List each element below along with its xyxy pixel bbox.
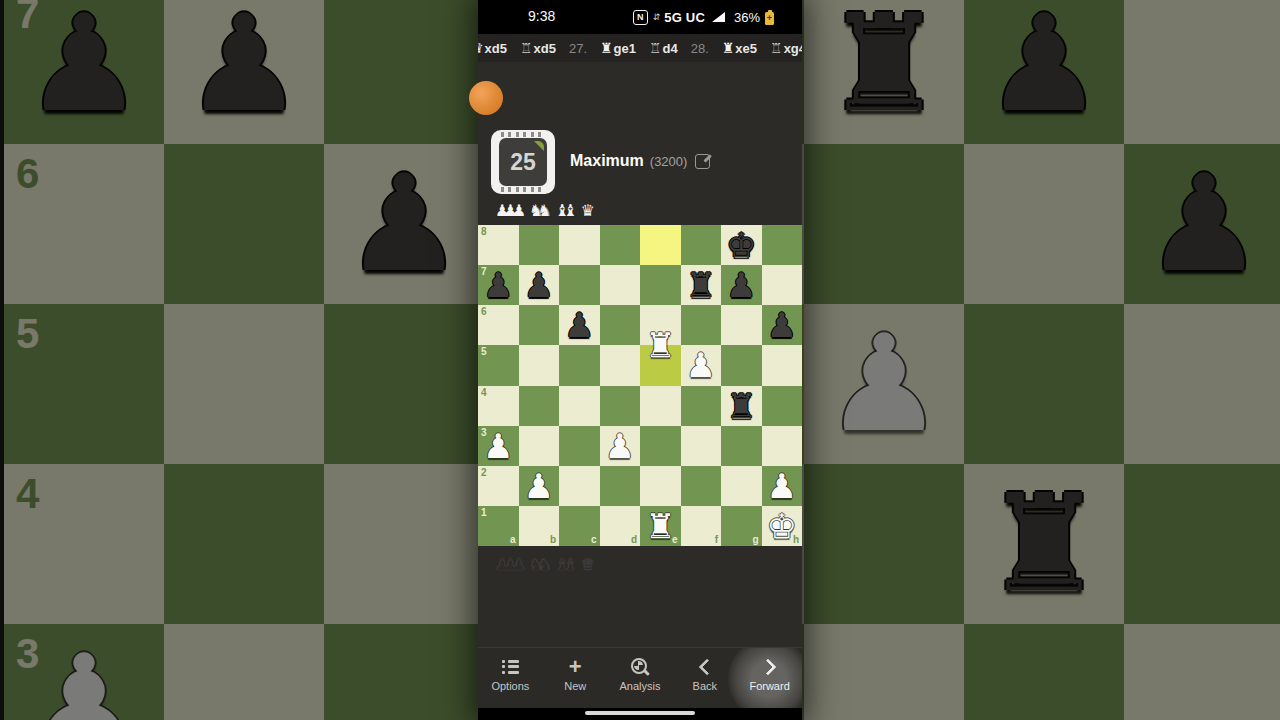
- square-d7[interactable]: [600, 265, 641, 305]
- rank-label-4: 4: [481, 387, 487, 398]
- square-b4[interactable]: [519, 386, 560, 426]
- square-e8[interactable]: [640, 225, 681, 265]
- status-icons: N ⇵ 5G UC 36%: [633, 0, 774, 34]
- new-label: New: [564, 680, 586, 692]
- square-g3[interactable]: [721, 426, 762, 466]
- square-e3[interactable]: [640, 426, 681, 466]
- piece-black-p-h6[interactable]: ♟: [762, 305, 803, 345]
- file-label-g: g: [752, 534, 758, 545]
- piece-white-r-e1[interactable]: ♜: [640, 506, 681, 546]
- opponent-row: Maximum (3200): [570, 152, 710, 170]
- white-rook-move-icon: ♜: [722, 41, 735, 55]
- move-number: 28.: [691, 41, 709, 56]
- piece-black-r-g4[interactable]: ♜: [721, 386, 762, 426]
- opponent-rating: (3200): [650, 154, 688, 169]
- chip-corner-leaf-icon: [534, 141, 544, 151]
- options-button[interactable]: Options: [478, 648, 543, 709]
- chevron-right-icon: [762, 657, 778, 676]
- piece-white-p-h2[interactable]: ♟: [762, 466, 803, 506]
- black-rook-move-icon: ♖: [649, 41, 662, 55]
- move-entry-black-xg4[interactable]: ♖xg4: [770, 41, 802, 56]
- square-f3[interactable]: [681, 426, 722, 466]
- file-label-f: f: [715, 534, 718, 545]
- captured-group-pawn: ♟♟♟: [495, 201, 524, 220]
- square-f2[interactable]: [681, 466, 722, 506]
- move-san: ge1: [614, 41, 636, 56]
- chip-pins-bottom: [501, 187, 545, 192]
- captured-group-pawn: ♟♟♟: [495, 555, 524, 574]
- black-rook-move-icon: ♖: [520, 41, 533, 55]
- captured-group-queen: ♛: [580, 201, 592, 220]
- square-e2[interactable]: [640, 466, 681, 506]
- square-d4[interactable]: [600, 386, 641, 426]
- nfc-icon: N: [633, 10, 648, 25]
- square-g4[interactable]: ♜: [721, 386, 762, 426]
- analysis-label: Analysis: [620, 680, 661, 692]
- piece-black-p-c6[interactable]: ♟: [559, 305, 600, 345]
- edit-pencil-icon[interactable]: [695, 154, 710, 169]
- square-h8[interactable]: [762, 225, 803, 265]
- captured-group-queen: ♛: [580, 555, 592, 574]
- captured-group-bishop: ♝♝: [555, 555, 576, 574]
- white-queen-move-icon: ♛: [478, 41, 484, 55]
- square-d1[interactable]: d: [600, 506, 641, 546]
- square-a7[interactable]: 7♟: [478, 265, 519, 305]
- square-f8[interactable]: [681, 225, 722, 265]
- move-san: xe5: [735, 41, 757, 56]
- black-rook-move-icon: ♖: [770, 41, 783, 55]
- rank-label-5: 5: [481, 346, 487, 357]
- square-e7[interactable]: [640, 265, 681, 305]
- square-b3[interactable]: [519, 426, 560, 466]
- back-label: Back: [693, 680, 717, 692]
- captured-white-pieces-row: ♟♟♟♞♞♝♝♛: [495, 201, 593, 220]
- square-c2[interactable]: [559, 466, 600, 506]
- square-g7[interactable]: ♟: [721, 265, 762, 305]
- square-h3[interactable]: [762, 426, 803, 466]
- square-c7[interactable]: [559, 265, 600, 305]
- move-san: xd5: [485, 41, 507, 56]
- square-d5[interactable]: [600, 345, 641, 385]
- square-b5[interactable]: [519, 345, 560, 385]
- square-b6[interactable]: [519, 305, 560, 345]
- piece-white-r-e5[interactable]: ♜: [640, 325, 681, 365]
- piece-black-p-a7[interactable]: ♟: [478, 265, 519, 305]
- square-c8[interactable]: [559, 225, 600, 265]
- analysis-magnifier-icon: [630, 657, 650, 676]
- plus-icon: +: [569, 657, 582, 676]
- square-f6[interactable]: [681, 305, 722, 345]
- square-a8[interactable]: 8: [478, 225, 519, 265]
- square-e4[interactable]: [640, 386, 681, 426]
- square-a6[interactable]: 6: [478, 305, 519, 345]
- rank-label-6: 6: [481, 306, 487, 317]
- square-h1[interactable]: h♚: [762, 506, 803, 546]
- square-h4[interactable]: [762, 386, 803, 426]
- orange-avatar-partial: [469, 81, 503, 115]
- square-g6[interactable]: [721, 305, 762, 345]
- opponent-name: Maximum: [570, 152, 644, 170]
- chip-pins-top: [501, 132, 545, 137]
- move-entry-white-xe5[interactable]: ♜xe5: [722, 41, 757, 56]
- options-list-icon: [502, 657, 519, 676]
- move-san: d4: [663, 41, 678, 56]
- move-number: 27.: [569, 41, 587, 56]
- square-c5[interactable]: [559, 345, 600, 385]
- square-h2[interactable]: ♟: [762, 466, 803, 506]
- signal-strength-icon: [712, 12, 725, 22]
- square-h7[interactable]: [762, 265, 803, 305]
- chip-core: 25: [499, 138, 547, 186]
- white-rook-move-icon: ♜: [600, 41, 613, 55]
- piece-black-p-g7[interactable]: ♟: [721, 265, 762, 305]
- piece-black-r-f7[interactable]: ♜: [681, 265, 722, 305]
- piece-white-p-b2[interactable]: ♟: [519, 466, 560, 506]
- square-g8[interactable]: ♚: [721, 225, 762, 265]
- square-a1[interactable]: 1a: [478, 506, 519, 546]
- move-san: xg4: [784, 41, 802, 56]
- captured-black-pieces-row: ♟♟♟♞♞♝♝♛: [495, 555, 593, 574]
- move-entry-black-d4[interactable]: ♖d4: [649, 41, 678, 56]
- square-e1[interactable]: e♜: [640, 506, 681, 546]
- square-h5[interactable]: [762, 345, 803, 385]
- square-a2[interactable]: 2: [478, 466, 519, 506]
- piece-white-p-a3[interactable]: ♟: [478, 426, 519, 466]
- engine-avatar[interactable]: 25: [491, 130, 555, 194]
- chevron-left-icon: [697, 657, 713, 676]
- file-label-d: d: [631, 534, 637, 545]
- data-arrows-icon: ⇵: [653, 12, 660, 22]
- back-button[interactable]: Back: [672, 648, 737, 709]
- piece-white-k-h1[interactable]: ♚: [762, 506, 803, 546]
- square-a5[interactable]: 5: [478, 345, 519, 385]
- move-entry-black-xd5[interactable]: ♖xd5: [520, 41, 556, 56]
- battery-percent: 36%: [734, 10, 760, 25]
- rank-label-8: 8: [481, 226, 487, 237]
- square-d3[interactable]: ♟: [600, 426, 641, 466]
- captured-group-knight: ♞♞: [529, 555, 550, 574]
- rank-label-1: 1: [481, 507, 487, 518]
- square-h6[interactable]: ♟: [762, 305, 803, 345]
- piece-white-p-d3[interactable]: ♟: [600, 426, 641, 466]
- square-f1[interactable]: f: [681, 506, 722, 546]
- clock-time: 9:38: [528, 8, 555, 24]
- battery-icon: [765, 10, 774, 25]
- stage: 8♚7♟♟♜♟6♟♟5♜♟4♜3♟♟2♟♟1abcde♜fgh♚ 9:38 N …: [0, 0, 1280, 720]
- engine-level: 25: [510, 149, 536, 176]
- captured-group-knight: ♞♞: [529, 201, 550, 220]
- piece-black-k-g8[interactable]: ♚: [721, 225, 762, 265]
- square-b8[interactable]: [519, 225, 560, 265]
- square-c6[interactable]: ♟: [559, 305, 600, 345]
- square-a3[interactable]: 3♟: [478, 426, 519, 466]
- square-a4[interactable]: 4: [478, 386, 519, 426]
- android-nav-bar: [478, 708, 802, 720]
- bottom-toolbar: Options + New Analysis Back Forward: [478, 647, 802, 709]
- rank-label-2: 2: [481, 467, 487, 478]
- move-list-bar[interactable]: ♛xd5♖xd527.♜ge1♖d428.♜xe5♖xg4: [478, 34, 802, 62]
- home-indicator[interactable]: [585, 711, 695, 715]
- file-label-a: a: [510, 534, 516, 545]
- square-c1[interactable]: c: [559, 506, 600, 546]
- move-san: xd5: [534, 41, 556, 56]
- square-b7[interactable]: ♟: [519, 265, 560, 305]
- square-d8[interactable]: [600, 225, 641, 265]
- square-g2[interactable]: [721, 466, 762, 506]
- piece-black-p-b7[interactable]: ♟: [519, 265, 560, 305]
- piece-white-p-f5[interactable]: ♟: [681, 345, 722, 385]
- square-f7[interactable]: ♜: [681, 265, 722, 305]
- square-b1[interactable]: b: [519, 506, 560, 546]
- square-f5[interactable]: ♟: [681, 345, 722, 385]
- captured-group-bishop: ♝♝: [555, 201, 576, 220]
- square-d6[interactable]: [600, 305, 641, 345]
- options-label: Options: [491, 680, 529, 692]
- square-c3[interactable]: [559, 426, 600, 466]
- square-e5[interactable]: ♜: [640, 345, 681, 385]
- phone-screen: 9:38 N ⇵ 5G UC 36% ♛xd5♖xd527.♜ge1♖d428.…: [478, 0, 802, 720]
- move-entry-white-xd5[interactable]: ♛xd5: [478, 41, 507, 56]
- forward-label: Forward: [749, 680, 789, 692]
- network-label: 5G UC: [664, 10, 705, 25]
- forward-button[interactable]: Forward: [737, 648, 802, 709]
- file-label-c: c: [591, 534, 597, 545]
- analysis-button[interactable]: Analysis: [608, 648, 673, 709]
- status-bar: 9:38 N ⇵ 5G UC 36%: [478, 0, 802, 34]
- move-entry-white-ge1[interactable]: ♜ge1: [600, 41, 636, 56]
- square-g1[interactable]: g: [721, 506, 762, 546]
- square-g5[interactable]: [721, 345, 762, 385]
- square-d2[interactable]: [600, 466, 641, 506]
- new-game-button[interactable]: + New: [543, 648, 608, 709]
- file-label-b: b: [550, 534, 556, 545]
- square-f4[interactable]: [681, 386, 722, 426]
- square-b2[interactable]: ♟: [519, 466, 560, 506]
- chess-board[interactable]: 8♚7♟♟♜♟6♟♟5♜♟4♜3♟♟2♟♟1abcde♜fgh♚: [478, 225, 802, 546]
- square-c4[interactable]: [559, 386, 600, 426]
